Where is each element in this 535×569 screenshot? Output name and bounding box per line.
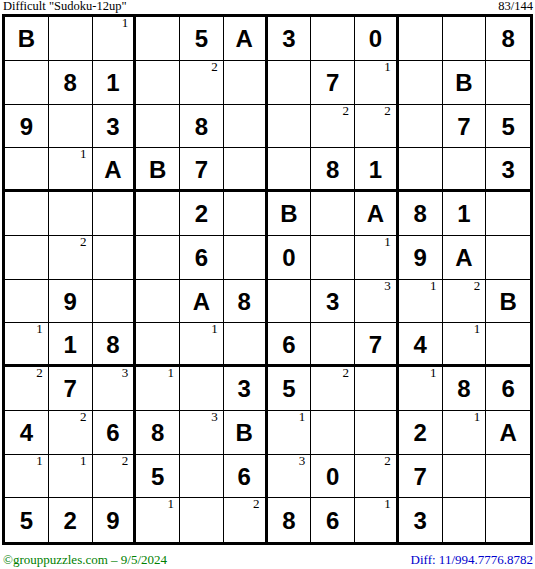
cell-r8c9[interactable]: 7: [355, 323, 399, 367]
given-value: B: [149, 156, 166, 182]
cell-r11c2[interactable]: 1: [49, 455, 93, 499]
cell-r4c12[interactable]: 3: [486, 148, 530, 192]
given-value: 0: [282, 244, 295, 270]
cell-r3c11[interactable]: 7: [443, 105, 487, 149]
cell-r10c6[interactable]: B: [224, 411, 268, 455]
cell-r5c12[interactable]: [486, 192, 530, 236]
given-value: 5: [151, 463, 164, 489]
cell-r10c3[interactable]: 6: [93, 411, 137, 455]
cell-r2c12[interactable]: [486, 61, 530, 105]
cell-r1c9[interactable]: 0: [355, 17, 399, 61]
cell-r7c6[interactable]: 8: [224, 280, 268, 324]
given-value: 6: [237, 463, 250, 489]
given-value: 9: [106, 507, 119, 533]
given-value: 8: [151, 419, 164, 445]
cell-r4c1[interactable]: [5, 148, 49, 192]
cell-r4c5[interactable]: 7: [180, 148, 224, 192]
cell-r11c4[interactable]: 5: [136, 455, 180, 499]
cell-r6c6[interactable]: [224, 236, 268, 280]
cell-r5c4[interactable]: [136, 192, 180, 236]
cell-r3c7[interactable]: [268, 105, 312, 149]
cell-r1c5[interactable]: 5: [180, 17, 224, 61]
given-value: 5: [501, 113, 514, 139]
given-value: 5: [20, 507, 33, 533]
cell-r12c9[interactable]: 1: [355, 498, 399, 542]
given-value: 6: [326, 507, 339, 533]
cell-r11c3[interactable]: 2: [93, 455, 137, 499]
cell-r8c3[interactable]: 8: [93, 323, 137, 367]
cell-r6c9[interactable]: 1: [355, 236, 399, 280]
given-value: 9: [63, 288, 76, 314]
cell-r5c10[interactable]: 8: [399, 192, 443, 236]
cell-r2c9[interactable]: 1: [355, 61, 399, 105]
corner-mark: 2: [122, 454, 129, 468]
cell-r5c8[interactable]: [311, 192, 355, 236]
corner-mark: 2: [211, 60, 218, 74]
given-value: 1: [457, 200, 470, 226]
cell-r8c2[interactable]: 1: [49, 323, 93, 367]
page-footer: ©grouppuzzles.com – 9/5/2024 Diff: 11/99…: [3, 552, 533, 567]
cell-r7c7[interactable]: [268, 280, 312, 324]
corner-mark: 1: [430, 279, 437, 293]
cell-r7c12[interactable]: B: [486, 280, 530, 324]
cell-r12c1[interactable]: 5: [5, 498, 49, 542]
given-value: 7: [326, 69, 339, 95]
cell-r2c2[interactable]: 8: [49, 61, 93, 105]
cell-r4c2[interactable]: 1: [49, 148, 93, 192]
cell-r8c7[interactable]: 6: [268, 323, 312, 367]
cell-r12c7[interactable]: 8: [268, 498, 312, 542]
cell-r7c8[interactable]: 3: [311, 280, 355, 324]
cell-r4c10[interactable]: [399, 148, 443, 192]
given-value: 8: [106, 331, 119, 357]
cell-r4c11[interactable]: [443, 148, 487, 192]
corner-mark: 1: [474, 322, 481, 336]
given-value: A: [104, 156, 121, 182]
cell-r4c8[interactable]: 8: [311, 148, 355, 192]
given-value: 6: [501, 375, 514, 401]
cell-r6c4[interactable]: [136, 236, 180, 280]
given-value: 7: [413, 463, 426, 489]
cell-r4c4[interactable]: B: [136, 148, 180, 192]
cell-r7c1[interactable]: [5, 280, 49, 324]
cell-r12c11[interactable]: [443, 498, 487, 542]
cell-r2c1[interactable]: [5, 61, 49, 105]
given-value: 2: [413, 419, 426, 445]
cell-r10c5[interactable]: 3: [180, 411, 224, 455]
cell-r2c4[interactable]: [136, 61, 180, 105]
cell-r10c8[interactable]: [311, 411, 355, 455]
given-value: A: [367, 200, 384, 226]
puzzle-counter: 83/144: [498, 0, 533, 13]
given-value: 0: [369, 25, 382, 51]
cell-r2c7[interactable]: [268, 61, 312, 105]
cell-r5c9[interactable]: A: [355, 192, 399, 236]
cell-r12c2[interactable]: 2: [49, 498, 93, 542]
cell-r10c4[interactable]: 8: [136, 411, 180, 455]
given-value: 7: [457, 113, 470, 139]
given-value: 2: [195, 200, 208, 226]
cell-r9c4[interactable]: 1: [136, 367, 180, 411]
cell-r8c8[interactable]: [311, 323, 355, 367]
cell-r9c11[interactable]: 8: [443, 367, 487, 411]
cell-r7c5[interactable]: A: [180, 280, 224, 324]
cell-r1c7[interactable]: 3: [268, 17, 312, 61]
cell-r8c4[interactable]: [136, 323, 180, 367]
given-value: 5: [282, 375, 295, 401]
cell-r2c5[interactable]: 2: [180, 61, 224, 105]
corner-mark: 1: [122, 16, 129, 30]
cell-r11c12[interactable]: [486, 455, 530, 499]
cell-r9c5[interactable]: [180, 367, 224, 411]
given-value: 4: [20, 419, 33, 445]
corner-mark: 1: [474, 410, 481, 424]
cell-r10c11[interactable]: 1: [443, 411, 487, 455]
cell-r5c11[interactable]: 1: [443, 192, 487, 236]
cell-r1c2[interactable]: [49, 17, 93, 61]
cell-r5c6[interactable]: [224, 192, 268, 236]
cell-r5c1[interactable]: [5, 192, 49, 236]
cell-r3c5[interactable]: 8: [180, 105, 224, 149]
given-value: 6: [195, 244, 208, 270]
cell-r10c10[interactable]: 2: [399, 411, 443, 455]
copyright-text: ©grouppuzzles.com – 9/5/2024: [3, 552, 167, 567]
given-value: 1: [63, 331, 76, 357]
cell-r9c6[interactable]: 3: [224, 367, 268, 411]
cell-r3c9[interactable]: 2: [355, 105, 399, 149]
cell-r1c8[interactable]: [311, 17, 355, 61]
cell-r5c5[interactable]: 2: [180, 192, 224, 236]
cell-r11c11[interactable]: [443, 455, 487, 499]
cell-r3c6[interactable]: [224, 105, 268, 149]
cell-r3c8[interactable]: 2: [311, 105, 355, 149]
cell-r4c9[interactable]: 1: [355, 148, 399, 192]
corner-mark: 1: [36, 454, 43, 468]
given-value: A: [455, 244, 472, 270]
corner-mark: 1: [384, 235, 391, 249]
cell-r10c9[interactable]: [355, 411, 399, 455]
given-value: 8: [63, 69, 76, 95]
cell-r3c12[interactable]: 5: [486, 105, 530, 149]
given-value: 9: [413, 244, 426, 270]
difficulty-text: Diff: 11/994.7776.8782: [411, 552, 533, 567]
given-value: 2: [63, 507, 76, 533]
cell-r12c5[interactable]: [180, 498, 224, 542]
given-value: 6: [106, 419, 119, 445]
cell-r11c6[interactable]: 6: [224, 455, 268, 499]
cell-r6c10[interactable]: 9: [399, 236, 443, 280]
corner-mark: 1: [384, 497, 391, 511]
cell-r7c11[interactable]: 2: [443, 280, 487, 324]
corner-mark: 1: [80, 147, 87, 161]
cell-r9c10[interactable]: 1: [399, 367, 443, 411]
corner-mark: 2: [253, 497, 260, 511]
given-value: 8: [457, 375, 470, 401]
corner-mark: 1: [430, 366, 437, 380]
cell-r6c8[interactable]: [311, 236, 355, 280]
given-value: B: [455, 69, 472, 95]
corner-mark: 3: [122, 366, 129, 380]
given-value: 1: [106, 69, 119, 95]
cell-r3c3[interactable]: 3: [93, 105, 137, 149]
cell-r9c7[interactable]: 5: [268, 367, 312, 411]
cell-r11c10[interactable]: 7: [399, 455, 443, 499]
corner-mark: 2: [80, 235, 87, 249]
cell-r3c1[interactable]: 9: [5, 105, 49, 149]
cell-r2c10[interactable]: [399, 61, 443, 105]
given-value: 9: [20, 113, 33, 139]
cell-r11c7[interactable]: 3: [268, 455, 312, 499]
cell-r9c8[interactable]: 2: [311, 367, 355, 411]
cell-r12c6[interactable]: 2: [224, 498, 268, 542]
cell-r8c6[interactable]: [224, 323, 268, 367]
cell-r7c4[interactable]: [136, 280, 180, 324]
cell-r10c1[interactable]: 4: [5, 411, 49, 455]
cell-r6c5[interactable]: 6: [180, 236, 224, 280]
corner-mark: 2: [80, 410, 87, 424]
cell-r7c3[interactable]: [93, 280, 137, 324]
given-value: 3: [326, 288, 339, 314]
cell-r5c3[interactable]: [93, 192, 137, 236]
given-value: A: [499, 419, 516, 445]
cell-r3c2[interactable]: [49, 105, 93, 149]
page-header: Difficult "Sudoku-12up" 83/144: [3, 0, 533, 13]
cell-r9c12[interactable]: 6: [486, 367, 530, 411]
cell-r11c1[interactable]: 1: [5, 455, 49, 499]
cell-r9c3[interactable]: 3: [93, 367, 137, 411]
given-value: 8: [326, 156, 339, 182]
given-value: 3: [501, 156, 514, 182]
cell-r6c12[interactable]: [486, 236, 530, 280]
cell-r12c3[interactable]: 9: [93, 498, 137, 542]
corner-mark: 2: [343, 104, 350, 118]
corner-mark: 2: [384, 104, 391, 118]
given-value: 3: [106, 113, 119, 139]
given-value: B: [18, 25, 35, 51]
cell-r1c4[interactable]: [136, 17, 180, 61]
corner-mark: 3: [384, 279, 391, 293]
cell-r3c10[interactable]: [399, 105, 443, 149]
cell-r9c1[interactable]: 2: [5, 367, 49, 411]
cell-r4c7[interactable]: [268, 148, 312, 192]
corner-mark: 2: [474, 279, 481, 293]
given-value: 7: [369, 331, 382, 357]
given-value: 3: [237, 375, 250, 401]
cell-r4c3[interactable]: A: [93, 148, 137, 192]
puzzle-title: Difficult "Sudoku-12up": [3, 0, 127, 13]
given-value: 7: [63, 375, 76, 401]
cell-r12c8[interactable]: 6: [311, 498, 355, 542]
cell-r10c2[interactable]: 2: [49, 411, 93, 455]
cell-r6c11[interactable]: A: [443, 236, 487, 280]
given-value: B: [235, 419, 252, 445]
cell-r2c11[interactable]: B: [443, 61, 487, 105]
corner-mark: 1: [80, 454, 87, 468]
given-value: 5: [195, 25, 208, 51]
corner-mark: 3: [299, 454, 306, 468]
given-value: A: [193, 288, 210, 314]
cell-r6c2[interactable]: 2: [49, 236, 93, 280]
cell-r10c7[interactable]: 1: [268, 411, 312, 455]
corner-mark: 1: [384, 60, 391, 74]
cell-r12c4[interactable]: 1: [136, 498, 180, 542]
given-value: 8: [237, 288, 250, 314]
corner-mark: 2: [36, 366, 43, 380]
given-value: 6: [282, 331, 295, 357]
given-value: 7: [195, 156, 208, 182]
cell-r1c3[interactable]: 1: [93, 17, 137, 61]
given-value: 3: [413, 507, 426, 533]
cell-r8c10[interactable]: 4: [399, 323, 443, 367]
given-value: B: [280, 200, 297, 226]
cell-r2c3[interactable]: 1: [93, 61, 137, 105]
cell-r6c3[interactable]: [93, 236, 137, 280]
cell-r1c6[interactable]: A: [224, 17, 268, 61]
given-value: 8: [195, 113, 208, 139]
cell-r10c12[interactable]: A: [486, 411, 530, 455]
cell-r11c5[interactable]: [180, 455, 224, 499]
corner-mark: 2: [384, 454, 391, 468]
given-value: 4: [413, 331, 426, 357]
given-value: A: [235, 25, 252, 51]
given-value: 8: [282, 507, 295, 533]
given-value: 0: [326, 463, 339, 489]
cell-r1c12[interactable]: 8: [486, 17, 530, 61]
cell-r3c4[interactable]: [136, 105, 180, 149]
cell-r9c9[interactable]: [355, 367, 399, 411]
corner-mark: 1: [211, 322, 218, 336]
given-value: 8: [501, 25, 514, 51]
cell-r7c9[interactable]: 3: [355, 280, 399, 324]
cell-r5c7[interactable]: B: [268, 192, 312, 236]
cell-r2c8[interactable]: 7: [311, 61, 355, 105]
cell-r11c8[interactable]: 0: [311, 455, 355, 499]
given-value: 8: [413, 200, 426, 226]
given-value: 3: [282, 25, 295, 51]
cell-r6c1[interactable]: [5, 236, 49, 280]
cell-r8c1[interactable]: 1: [5, 323, 49, 367]
cell-r8c11[interactable]: 1: [443, 323, 487, 367]
given-value: B: [499, 288, 516, 314]
cell-r7c2[interactable]: 9: [49, 280, 93, 324]
cell-r8c12[interactable]: [486, 323, 530, 367]
cell-r5c2[interactable]: [49, 192, 93, 236]
cell-r1c11[interactable]: [443, 17, 487, 61]
sudoku-grid: B15A30881271B93822751AB78132BA8126019A9A…: [2, 14, 533, 545]
corner-mark: 3: [211, 410, 218, 424]
corner-mark: 1: [168, 497, 175, 511]
given-value: 1: [369, 156, 382, 182]
cell-r7c10[interactable]: 1: [399, 280, 443, 324]
corner-mark: 2: [343, 366, 350, 380]
cell-r12c12[interactable]: [486, 498, 530, 542]
cell-r4c6[interactable]: [224, 148, 268, 192]
corner-mark: 1: [36, 322, 43, 336]
cell-r6c7[interactable]: 0: [268, 236, 312, 280]
corner-mark: 1: [299, 410, 306, 424]
cell-r9c2[interactable]: 7: [49, 367, 93, 411]
cell-r11c9[interactable]: 2: [355, 455, 399, 499]
cell-r8c5[interactable]: 1: [180, 323, 224, 367]
cell-r12c10[interactable]: 3: [399, 498, 443, 542]
cell-r1c10[interactable]: [399, 17, 443, 61]
corner-mark: 1: [168, 366, 175, 380]
cell-r2c6[interactable]: [224, 61, 268, 105]
cell-r1c1[interactable]: B: [5, 17, 49, 61]
